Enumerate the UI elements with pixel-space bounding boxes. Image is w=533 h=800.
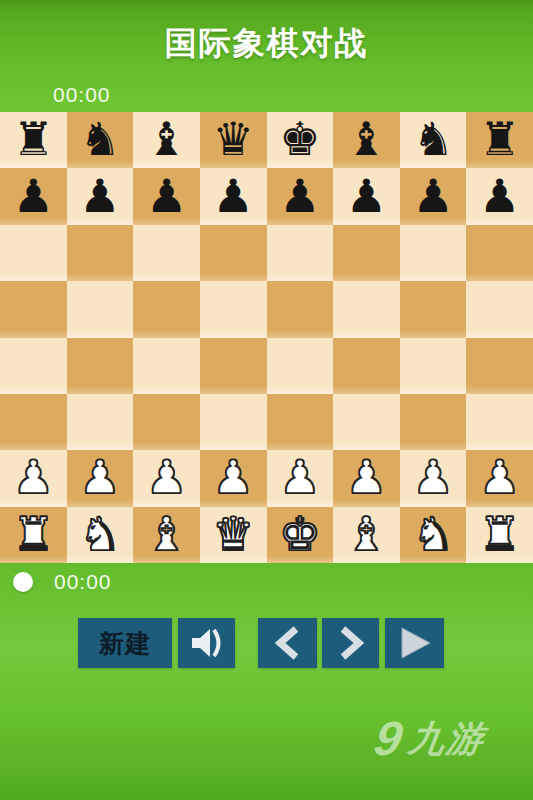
square-a2[interactable]: ♟ — [0, 450, 67, 506]
white-pawn[interactable]: ♟ — [79, 454, 120, 500]
square-e7[interactable]: ♟ — [267, 168, 334, 224]
white-king[interactable]: ♚ — [279, 511, 320, 557]
square-b8[interactable]: ♞ — [67, 112, 134, 168]
white-pawn[interactable]: ♟ — [146, 454, 187, 500]
square-b4[interactable] — [67, 338, 134, 394]
square-c2[interactable]: ♟ — [133, 450, 200, 506]
square-a5[interactable] — [0, 281, 67, 337]
black-pawn[interactable]: ♟ — [412, 173, 453, 219]
chess-board: ♜♞♝♛♚♝♞♜♟♟♟♟♟♟♟♟♟♟♟♟♟♟♟♟♜♞♝♛♚♝♞♜ — [0, 112, 533, 563]
square-d4[interactable] — [200, 338, 267, 394]
black-pawn[interactable]: ♟ — [79, 173, 120, 219]
play-icon — [397, 625, 433, 661]
white-queen[interactable]: ♛ — [213, 511, 254, 557]
square-f3[interactable] — [333, 394, 400, 450]
white-bishop[interactable]: ♝ — [346, 511, 387, 557]
square-h6[interactable] — [466, 225, 533, 281]
square-e3[interactable] — [267, 394, 334, 450]
black-rook[interactable]: ♜ — [13, 116, 54, 162]
square-c7[interactable]: ♟ — [133, 168, 200, 224]
square-e1[interactable]: ♚ — [267, 507, 334, 563]
square-d6[interactable] — [200, 225, 267, 281]
square-f7[interactable]: ♟ — [333, 168, 400, 224]
square-h1[interactable]: ♜ — [466, 507, 533, 563]
square-b1[interactable]: ♞ — [67, 507, 134, 563]
square-g6[interactable] — [400, 225, 467, 281]
square-e5[interactable] — [267, 281, 334, 337]
square-c1[interactable]: ♝ — [133, 507, 200, 563]
white-bishop[interactable]: ♝ — [146, 511, 187, 557]
square-g4[interactable] — [400, 338, 467, 394]
square-d3[interactable] — [200, 394, 267, 450]
square-f4[interactable] — [333, 338, 400, 394]
square-c4[interactable] — [133, 338, 200, 394]
white-rook[interactable]: ♜ — [13, 511, 54, 557]
square-d8[interactable]: ♛ — [200, 112, 267, 168]
square-b5[interactable] — [67, 281, 134, 337]
white-pawn[interactable]: ♟ — [412, 454, 453, 500]
black-rook[interactable]: ♜ — [479, 116, 520, 162]
chevron-right-icon — [338, 626, 364, 660]
black-knight[interactable]: ♞ — [79, 116, 120, 162]
square-a8[interactable]: ♜ — [0, 112, 67, 168]
square-b2[interactable]: ♟ — [67, 450, 134, 506]
controls-bar: 新建 — [0, 618, 533, 668]
square-g3[interactable] — [400, 394, 467, 450]
square-e4[interactable] — [267, 338, 334, 394]
square-c6[interactable] — [133, 225, 200, 281]
square-h8[interactable]: ♜ — [466, 112, 533, 168]
jiuyou-logo-icon: 9 — [371, 715, 406, 763]
square-a1[interactable]: ♜ — [0, 507, 67, 563]
black-knight[interactable]: ♞ — [412, 116, 453, 162]
square-f2[interactable]: ♟ — [333, 450, 400, 506]
square-g5[interactable] — [400, 281, 467, 337]
watermark-text: 九游 — [406, 721, 487, 757]
square-f1[interactable]: ♝ — [333, 507, 400, 563]
square-h2[interactable]: ♟ — [466, 450, 533, 506]
square-a3[interactable] — [0, 394, 67, 450]
play-button[interactable] — [385, 618, 444, 668]
black-pawn[interactable]: ♟ — [479, 173, 520, 219]
white-pawn[interactable]: ♟ — [346, 454, 387, 500]
black-pawn[interactable]: ♟ — [146, 173, 187, 219]
chevron-left-icon — [275, 626, 301, 660]
square-f8[interactable]: ♝ — [333, 112, 400, 168]
square-g7[interactable]: ♟ — [400, 168, 467, 224]
square-h7[interactable]: ♟ — [466, 168, 533, 224]
square-h3[interactable] — [466, 394, 533, 450]
sound-button[interactable] — [178, 618, 235, 668]
new-game-button[interactable]: 新建 — [78, 618, 172, 668]
black-bishop[interactable]: ♝ — [146, 116, 187, 162]
black-clock: 00:00 — [53, 83, 111, 107]
black-king[interactable]: ♚ — [279, 116, 320, 162]
square-e8[interactable]: ♚ — [267, 112, 334, 168]
white-pawn[interactable]: ♟ — [13, 454, 54, 500]
black-pawn[interactable]: ♟ — [213, 173, 254, 219]
black-pawn[interactable]: ♟ — [13, 173, 54, 219]
white-clock: 00:00 — [13, 570, 112, 594]
white-pawn[interactable]: ♟ — [479, 454, 520, 500]
square-a4[interactable] — [0, 338, 67, 394]
watermark: 9 九游 — [375, 715, 485, 763]
next-move-button[interactable] — [322, 618, 379, 668]
square-f5[interactable] — [333, 281, 400, 337]
bottom-panel: 00:00 新建 — [0, 563, 533, 800]
previous-move-button[interactable] — [258, 618, 317, 668]
square-d7[interactable]: ♟ — [200, 168, 267, 224]
header: 国际象棋对战 00:00 — [0, 0, 533, 112]
white-pawn[interactable]: ♟ — [213, 454, 254, 500]
white-rook[interactable]: ♜ — [479, 511, 520, 557]
square-h5[interactable] — [466, 281, 533, 337]
turn-indicator-dot — [13, 572, 33, 592]
square-g8[interactable]: ♞ — [400, 112, 467, 168]
chess-app: 国际象棋对战 00:00 ♜♞♝♛♚♝♞♜♟♟♟♟♟♟♟♟♟♟♟♟♟♟♟♟♜♞♝… — [0, 0, 533, 800]
square-a6[interactable] — [0, 225, 67, 281]
white-knight[interactable]: ♞ — [79, 511, 120, 557]
square-b3[interactable] — [67, 394, 134, 450]
white-pawn[interactable]: ♟ — [279, 454, 320, 500]
black-bishop[interactable]: ♝ — [346, 116, 387, 162]
square-c8[interactable]: ♝ — [133, 112, 200, 168]
square-a7[interactable]: ♟ — [0, 168, 67, 224]
square-h4[interactable] — [466, 338, 533, 394]
square-f6[interactable] — [333, 225, 400, 281]
black-pawn[interactable]: ♟ — [279, 173, 320, 219]
square-c3[interactable] — [133, 394, 200, 450]
black-pawn[interactable]: ♟ — [346, 173, 387, 219]
square-d5[interactable] — [200, 281, 267, 337]
square-e2[interactable]: ♟ — [267, 450, 334, 506]
square-g1[interactable]: ♞ — [400, 507, 467, 563]
white-clock-time: 00:00 — [54, 570, 112, 594]
square-d1[interactable]: ♛ — [200, 507, 267, 563]
speaker-icon — [189, 627, 225, 659]
square-b6[interactable] — [67, 225, 134, 281]
square-b7[interactable]: ♟ — [67, 168, 134, 224]
page-title: 国际象棋对战 — [0, 22, 533, 66]
black-queen[interactable]: ♛ — [213, 116, 254, 162]
white-knight[interactable]: ♞ — [412, 511, 453, 557]
square-c5[interactable] — [133, 281, 200, 337]
square-g2[interactable]: ♟ — [400, 450, 467, 506]
square-d2[interactable]: ♟ — [200, 450, 267, 506]
square-e6[interactable] — [267, 225, 334, 281]
